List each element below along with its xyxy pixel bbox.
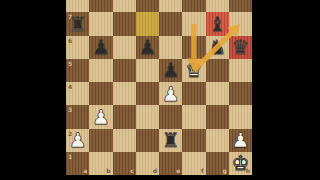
square-f8[interactable] xyxy=(182,0,205,12)
square-e4[interactable]: ♟ xyxy=(159,82,182,105)
square-c7[interactable] xyxy=(113,12,136,35)
white-queen[interactable]: ♛ xyxy=(182,59,205,82)
square-f3[interactable] xyxy=(182,105,205,128)
square-a6[interactable]: 6 xyxy=(66,36,89,59)
square-b5[interactable] xyxy=(89,59,112,82)
square-a1[interactable]: 1a xyxy=(66,152,89,175)
square-h4[interactable] xyxy=(229,82,252,105)
black-pawn[interactable]: ♟ xyxy=(89,36,112,59)
black-pawn[interactable]: ♟ xyxy=(159,59,182,82)
square-g3[interactable] xyxy=(206,105,229,128)
square-c4[interactable] xyxy=(113,82,136,105)
black-rook[interactable]: ♜ xyxy=(66,12,89,35)
square-f4[interactable] xyxy=(182,82,205,105)
square-c3[interactable] xyxy=(113,105,136,128)
rank-label-6: 6 xyxy=(68,37,72,44)
square-f5[interactable]: ♛ xyxy=(182,59,205,82)
square-h6[interactable]: ♛ xyxy=(229,36,252,59)
square-g8[interactable] xyxy=(206,0,229,12)
square-c1[interactable]: c xyxy=(113,152,136,175)
square-e2[interactable]: ♜ xyxy=(159,129,182,152)
square-c5[interactable] xyxy=(113,59,136,82)
square-g5[interactable] xyxy=(206,59,229,82)
square-a4[interactable]: 4 xyxy=(66,82,89,105)
white-pawn[interactable]: ♟ xyxy=(66,129,89,152)
square-b1[interactable]: b xyxy=(89,152,112,175)
square-g7[interactable]: ♝ xyxy=(206,12,229,35)
file-label-f: f xyxy=(201,167,204,174)
square-g2[interactable] xyxy=(206,129,229,152)
square-h1[interactable]: h♚ xyxy=(229,152,252,175)
file-label-a: a xyxy=(83,167,87,174)
video-frame: 87♜♝6♟♟♞♛5♟♛4♟3♟2♟♜♟1abcdefgh♚ xyxy=(0,0,320,180)
square-h8[interactable] xyxy=(229,0,252,12)
file-label-g: g xyxy=(222,167,226,174)
letterbox-bottom xyxy=(0,175,320,180)
square-g4[interactable] xyxy=(206,82,229,105)
square-h2[interactable]: ♟ xyxy=(229,129,252,152)
black-rook[interactable]: ♜ xyxy=(159,129,182,152)
square-d2[interactable] xyxy=(136,129,159,152)
square-b2[interactable] xyxy=(89,129,112,152)
square-e3[interactable] xyxy=(159,105,182,128)
square-d6[interactable]: ♟ xyxy=(136,36,159,59)
square-h7[interactable] xyxy=(229,12,252,35)
square-c2[interactable] xyxy=(113,129,136,152)
rank-label-4: 4 xyxy=(68,83,72,90)
file-label-b: b xyxy=(106,167,110,174)
square-b4[interactable] xyxy=(89,82,112,105)
square-d5[interactable] xyxy=(136,59,159,82)
letterbox-right xyxy=(252,0,320,180)
square-a3[interactable]: 3 xyxy=(66,105,89,128)
square-e5[interactable]: ♟ xyxy=(159,59,182,82)
square-f2[interactable] xyxy=(182,129,205,152)
square-h5[interactable] xyxy=(229,59,252,82)
white-pawn[interactable]: ♟ xyxy=(229,129,252,152)
square-a7[interactable]: 7♜ xyxy=(66,12,89,35)
square-d1[interactable]: d xyxy=(136,152,159,175)
square-e6[interactable] xyxy=(159,36,182,59)
square-f6[interactable] xyxy=(182,36,205,59)
square-d3[interactable] xyxy=(136,105,159,128)
white-pawn[interactable]: ♟ xyxy=(159,82,182,105)
file-label-c: c xyxy=(130,167,134,174)
square-e8[interactable] xyxy=(159,0,182,12)
black-bishop[interactable]: ♝ xyxy=(206,12,229,35)
square-e1[interactable]: e xyxy=(159,152,182,175)
square-d7[interactable] xyxy=(136,12,159,35)
rank-label-5: 5 xyxy=(68,60,72,67)
black-pawn[interactable]: ♟ xyxy=(136,36,159,59)
white-pawn[interactable]: ♟ xyxy=(89,105,112,128)
square-g1[interactable]: g xyxy=(206,152,229,175)
file-label-d: d xyxy=(153,167,157,174)
black-knight[interactable]: ♞ xyxy=(206,36,229,59)
letterbox-left xyxy=(0,0,66,180)
white-king[interactable]: ♚ xyxy=(229,152,252,175)
square-h3[interactable] xyxy=(229,105,252,128)
square-c8[interactable] xyxy=(113,0,136,12)
square-b8[interactable] xyxy=(89,0,112,12)
square-g6[interactable]: ♞ xyxy=(206,36,229,59)
chess-board[interactable]: 87♜♝6♟♟♞♛5♟♛4♟3♟2♟♜♟1abcdefgh♚ xyxy=(66,0,252,175)
rank-label-1: 1 xyxy=(68,153,72,160)
square-b6[interactable]: ♟ xyxy=(89,36,112,59)
square-f7[interactable] xyxy=(182,12,205,35)
black-queen[interactable]: ♛ xyxy=(229,36,252,59)
square-a8[interactable]: 8 xyxy=(66,0,89,12)
rank-label-3: 3 xyxy=(68,106,72,113)
square-a2[interactable]: 2♟ xyxy=(66,129,89,152)
square-e7[interactable] xyxy=(159,12,182,35)
file-label-e: e xyxy=(176,167,180,174)
square-d4[interactable] xyxy=(136,82,159,105)
square-b7[interactable] xyxy=(89,12,112,35)
square-a5[interactable]: 5 xyxy=(66,59,89,82)
square-c6[interactable] xyxy=(113,36,136,59)
square-d8[interactable] xyxy=(136,0,159,12)
square-f1[interactable]: f xyxy=(182,152,205,175)
square-b3[interactable]: ♟ xyxy=(89,105,112,128)
